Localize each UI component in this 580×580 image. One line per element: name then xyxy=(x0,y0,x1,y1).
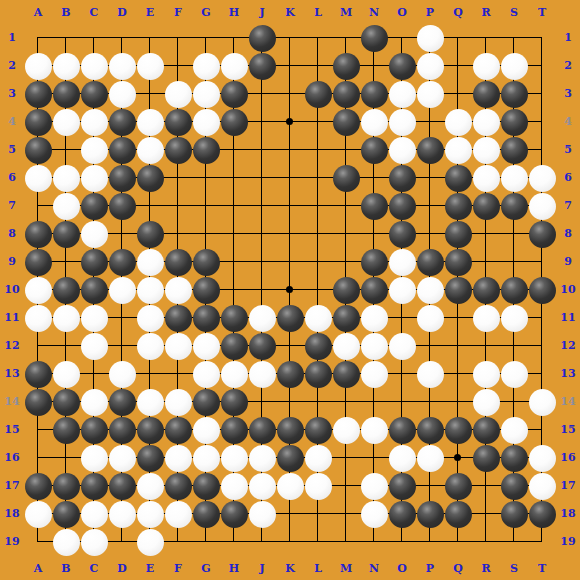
intersection-Q9[interactable] xyxy=(444,248,472,276)
intersection-A3[interactable] xyxy=(24,80,52,108)
intersection-M15[interactable] xyxy=(332,416,360,444)
intersection-M18[interactable] xyxy=(332,500,360,528)
intersection-E3[interactable] xyxy=(136,80,164,108)
intersection-H8[interactable] xyxy=(220,220,248,248)
intersection-J12[interactable] xyxy=(248,332,276,360)
intersection-B8[interactable] xyxy=(52,220,80,248)
intersection-E9[interactable] xyxy=(136,248,164,276)
intersection-S16[interactable] xyxy=(500,444,528,472)
intersection-C8[interactable] xyxy=(80,220,108,248)
intersection-F6[interactable] xyxy=(164,164,192,192)
intersection-F19[interactable] xyxy=(164,528,192,556)
intersection-F9[interactable] xyxy=(164,248,192,276)
intersection-M8[interactable] xyxy=(332,220,360,248)
intersection-N2[interactable] xyxy=(360,52,388,80)
intersection-P6[interactable] xyxy=(416,164,444,192)
intersection-O1[interactable] xyxy=(388,24,416,52)
intersection-N9[interactable] xyxy=(360,248,388,276)
intersection-B16[interactable] xyxy=(52,444,80,472)
intersection-G3[interactable] xyxy=(192,80,220,108)
intersection-O17[interactable] xyxy=(388,472,416,500)
intersection-P8[interactable] xyxy=(416,220,444,248)
intersection-H4[interactable] xyxy=(220,108,248,136)
intersection-G4[interactable] xyxy=(192,108,220,136)
intersection-P16[interactable] xyxy=(416,444,444,472)
intersection-A12[interactable] xyxy=(24,332,52,360)
intersection-J14[interactable] xyxy=(248,388,276,416)
intersection-R3[interactable] xyxy=(472,80,500,108)
intersection-J10[interactable] xyxy=(248,276,276,304)
intersection-B5[interactable] xyxy=(52,136,80,164)
intersection-T17[interactable] xyxy=(528,472,556,500)
intersection-E2[interactable] xyxy=(136,52,164,80)
intersection-N8[interactable] xyxy=(360,220,388,248)
intersection-J7[interactable] xyxy=(248,192,276,220)
intersection-S7[interactable] xyxy=(500,192,528,220)
intersection-G13[interactable] xyxy=(192,360,220,388)
intersection-H1[interactable] xyxy=(220,24,248,52)
intersection-P9[interactable] xyxy=(416,248,444,276)
intersection-N19[interactable] xyxy=(360,528,388,556)
intersection-E15[interactable] xyxy=(136,416,164,444)
intersection-D10[interactable] xyxy=(108,276,136,304)
intersection-D6[interactable] xyxy=(108,164,136,192)
intersection-O3[interactable] xyxy=(388,80,416,108)
intersection-D3[interactable] xyxy=(108,80,136,108)
intersection-M9[interactable] xyxy=(332,248,360,276)
intersection-D4[interactable] xyxy=(108,108,136,136)
intersection-L7[interactable] xyxy=(304,192,332,220)
intersection-N5[interactable] xyxy=(360,136,388,164)
intersection-K16[interactable] xyxy=(276,444,304,472)
intersection-A10[interactable] xyxy=(24,276,52,304)
intersection-O10[interactable] xyxy=(388,276,416,304)
intersection-K14[interactable] xyxy=(276,388,304,416)
intersection-T3[interactable] xyxy=(528,80,556,108)
intersection-F8[interactable] xyxy=(164,220,192,248)
intersection-R16[interactable] xyxy=(472,444,500,472)
intersection-E17[interactable] xyxy=(136,472,164,500)
intersection-T19[interactable] xyxy=(528,528,556,556)
intersection-B9[interactable] xyxy=(52,248,80,276)
intersection-C7[interactable] xyxy=(80,192,108,220)
intersection-L14[interactable] xyxy=(304,388,332,416)
intersection-T15[interactable] xyxy=(528,416,556,444)
intersection-H13[interactable] xyxy=(220,360,248,388)
intersection-A19[interactable] xyxy=(24,528,52,556)
intersection-T6[interactable] xyxy=(528,164,556,192)
intersection-J11[interactable] xyxy=(248,304,276,332)
intersection-R7[interactable] xyxy=(472,192,500,220)
intersection-B19[interactable] xyxy=(52,528,80,556)
intersection-P5[interactable] xyxy=(416,136,444,164)
intersection-A9[interactable] xyxy=(24,248,52,276)
intersection-G10[interactable] xyxy=(192,276,220,304)
intersection-R18[interactable] xyxy=(472,500,500,528)
intersection-E19[interactable] xyxy=(136,528,164,556)
intersection-R19[interactable] xyxy=(472,528,500,556)
intersection-M4[interactable] xyxy=(332,108,360,136)
intersection-R9[interactable] xyxy=(472,248,500,276)
intersection-Q8[interactable] xyxy=(444,220,472,248)
intersection-M7[interactable] xyxy=(332,192,360,220)
intersection-E18[interactable] xyxy=(136,500,164,528)
intersection-D2[interactable] xyxy=(108,52,136,80)
intersection-K15[interactable] xyxy=(276,416,304,444)
intersection-A7[interactable] xyxy=(24,192,52,220)
intersection-F1[interactable] xyxy=(164,24,192,52)
intersection-G9[interactable] xyxy=(192,248,220,276)
intersection-P10[interactable] xyxy=(416,276,444,304)
intersection-C12[interactable] xyxy=(80,332,108,360)
intersection-N16[interactable] xyxy=(360,444,388,472)
intersection-Q7[interactable] xyxy=(444,192,472,220)
intersection-S1[interactable] xyxy=(500,24,528,52)
intersection-K13[interactable] xyxy=(276,360,304,388)
intersection-H7[interactable] xyxy=(220,192,248,220)
intersection-A2[interactable] xyxy=(24,52,52,80)
intersection-R5[interactable] xyxy=(472,136,500,164)
intersection-J9[interactable] xyxy=(248,248,276,276)
intersection-M2[interactable] xyxy=(332,52,360,80)
intersection-O11[interactable] xyxy=(388,304,416,332)
intersection-M11[interactable] xyxy=(332,304,360,332)
intersection-R8[interactable] xyxy=(472,220,500,248)
intersection-S4[interactable] xyxy=(500,108,528,136)
intersection-S6[interactable] xyxy=(500,164,528,192)
intersection-F10[interactable] xyxy=(164,276,192,304)
intersection-C2[interactable] xyxy=(80,52,108,80)
intersection-B17[interactable] xyxy=(52,472,80,500)
intersection-F18[interactable] xyxy=(164,500,192,528)
intersection-T4[interactable] xyxy=(528,108,556,136)
intersection-Q1[interactable] xyxy=(444,24,472,52)
intersection-H9[interactable] xyxy=(220,248,248,276)
intersection-C11[interactable] xyxy=(80,304,108,332)
intersection-N10[interactable] xyxy=(360,276,388,304)
intersection-B14[interactable] xyxy=(52,388,80,416)
intersection-S19[interactable] xyxy=(500,528,528,556)
intersection-E16[interactable] xyxy=(136,444,164,472)
intersection-B4[interactable] xyxy=(52,108,80,136)
intersection-G8[interactable] xyxy=(192,220,220,248)
intersection-K11[interactable] xyxy=(276,304,304,332)
intersection-L10[interactable] xyxy=(304,276,332,304)
intersection-A8[interactable] xyxy=(24,220,52,248)
intersection-L11[interactable] xyxy=(304,304,332,332)
intersection-N7[interactable] xyxy=(360,192,388,220)
intersection-K9[interactable] xyxy=(276,248,304,276)
intersection-O14[interactable] xyxy=(388,388,416,416)
intersection-A18[interactable] xyxy=(24,500,52,528)
intersection-P12[interactable] xyxy=(416,332,444,360)
intersection-D18[interactable] xyxy=(108,500,136,528)
intersection-K12[interactable] xyxy=(276,332,304,360)
intersection-H14[interactable] xyxy=(220,388,248,416)
intersection-Q19[interactable] xyxy=(444,528,472,556)
intersection-C13[interactable] xyxy=(80,360,108,388)
intersection-R4[interactable] xyxy=(472,108,500,136)
intersection-E1[interactable] xyxy=(136,24,164,52)
intersection-F15[interactable] xyxy=(164,416,192,444)
intersection-C4[interactable] xyxy=(80,108,108,136)
intersection-E5[interactable] xyxy=(136,136,164,164)
intersection-H17[interactable] xyxy=(220,472,248,500)
intersection-O8[interactable] xyxy=(388,220,416,248)
intersection-B12[interactable] xyxy=(52,332,80,360)
intersection-D8[interactable] xyxy=(108,220,136,248)
intersection-D12[interactable] xyxy=(108,332,136,360)
intersection-H2[interactable] xyxy=(220,52,248,80)
intersection-E10[interactable] xyxy=(136,276,164,304)
intersection-D5[interactable] xyxy=(108,136,136,164)
intersection-O4[interactable] xyxy=(388,108,416,136)
intersection-B6[interactable] xyxy=(52,164,80,192)
intersection-M12[interactable] xyxy=(332,332,360,360)
intersection-A17[interactable] xyxy=(24,472,52,500)
intersection-F2[interactable] xyxy=(164,52,192,80)
intersection-D14[interactable] xyxy=(108,388,136,416)
intersection-M1[interactable] xyxy=(332,24,360,52)
intersection-M6[interactable] xyxy=(332,164,360,192)
intersection-C19[interactable] xyxy=(80,528,108,556)
intersection-R1[interactable] xyxy=(472,24,500,52)
intersection-D7[interactable] xyxy=(108,192,136,220)
intersection-Q5[interactable] xyxy=(444,136,472,164)
intersection-A15[interactable] xyxy=(24,416,52,444)
intersection-C3[interactable] xyxy=(80,80,108,108)
intersection-O18[interactable] xyxy=(388,500,416,528)
intersection-E11[interactable] xyxy=(136,304,164,332)
intersection-B18[interactable] xyxy=(52,500,80,528)
intersection-H11[interactable] xyxy=(220,304,248,332)
intersection-P14[interactable] xyxy=(416,388,444,416)
intersection-N6[interactable] xyxy=(360,164,388,192)
intersection-N12[interactable] xyxy=(360,332,388,360)
intersection-L18[interactable] xyxy=(304,500,332,528)
intersection-B3[interactable] xyxy=(52,80,80,108)
intersection-G6[interactable] xyxy=(192,164,220,192)
intersection-H3[interactable] xyxy=(220,80,248,108)
intersection-E13[interactable] xyxy=(136,360,164,388)
intersection-T2[interactable] xyxy=(528,52,556,80)
intersection-L8[interactable] xyxy=(304,220,332,248)
intersection-Q6[interactable] xyxy=(444,164,472,192)
intersection-D16[interactable] xyxy=(108,444,136,472)
intersection-H19[interactable] xyxy=(220,528,248,556)
intersection-L2[interactable] xyxy=(304,52,332,80)
intersection-M13[interactable] xyxy=(332,360,360,388)
intersection-S18[interactable] xyxy=(500,500,528,528)
intersection-P4[interactable] xyxy=(416,108,444,136)
intersection-Q2[interactable] xyxy=(444,52,472,80)
intersection-B1[interactable] xyxy=(52,24,80,52)
intersection-P2[interactable] xyxy=(416,52,444,80)
intersection-N14[interactable] xyxy=(360,388,388,416)
intersection-O2[interactable] xyxy=(388,52,416,80)
intersection-Q12[interactable] xyxy=(444,332,472,360)
intersection-J4[interactable] xyxy=(248,108,276,136)
intersection-M16[interactable] xyxy=(332,444,360,472)
intersection-F13[interactable] xyxy=(164,360,192,388)
intersection-R11[interactable] xyxy=(472,304,500,332)
intersection-K17[interactable] xyxy=(276,472,304,500)
intersection-D13[interactable] xyxy=(108,360,136,388)
intersection-R15[interactable] xyxy=(472,416,500,444)
intersection-J1[interactable] xyxy=(248,24,276,52)
intersection-E14[interactable] xyxy=(136,388,164,416)
intersection-Q3[interactable] xyxy=(444,80,472,108)
intersection-A13[interactable] xyxy=(24,360,52,388)
intersection-S12[interactable] xyxy=(500,332,528,360)
intersection-A6[interactable] xyxy=(24,164,52,192)
intersection-G14[interactable] xyxy=(192,388,220,416)
intersection-G15[interactable] xyxy=(192,416,220,444)
intersection-T16[interactable] xyxy=(528,444,556,472)
intersection-K1[interactable] xyxy=(276,24,304,52)
intersection-R6[interactable] xyxy=(472,164,500,192)
intersection-O15[interactable] xyxy=(388,416,416,444)
intersection-G2[interactable] xyxy=(192,52,220,80)
intersection-P18[interactable] xyxy=(416,500,444,528)
intersection-P11[interactable] xyxy=(416,304,444,332)
intersection-P17[interactable] xyxy=(416,472,444,500)
intersection-B2[interactable] xyxy=(52,52,80,80)
intersection-T10[interactable] xyxy=(528,276,556,304)
intersection-K18[interactable] xyxy=(276,500,304,528)
intersection-F14[interactable] xyxy=(164,388,192,416)
intersection-A14[interactable] xyxy=(24,388,52,416)
intersection-J6[interactable] xyxy=(248,164,276,192)
intersection-M3[interactable] xyxy=(332,80,360,108)
intersection-T18[interactable] xyxy=(528,500,556,528)
intersection-B15[interactable] xyxy=(52,416,80,444)
intersection-N13[interactable] xyxy=(360,360,388,388)
intersection-H6[interactable] xyxy=(220,164,248,192)
intersection-E8[interactable] xyxy=(136,220,164,248)
intersection-F7[interactable] xyxy=(164,192,192,220)
intersection-L15[interactable] xyxy=(304,416,332,444)
intersection-G1[interactable] xyxy=(192,24,220,52)
intersection-S9[interactable] xyxy=(500,248,528,276)
intersection-S14[interactable] xyxy=(500,388,528,416)
intersection-T5[interactable] xyxy=(528,136,556,164)
intersection-Q11[interactable] xyxy=(444,304,472,332)
intersection-D17[interactable] xyxy=(108,472,136,500)
intersection-D1[interactable] xyxy=(108,24,136,52)
intersection-B7[interactable] xyxy=(52,192,80,220)
intersection-G19[interactable] xyxy=(192,528,220,556)
intersection-S11[interactable] xyxy=(500,304,528,332)
intersection-D19[interactable] xyxy=(108,528,136,556)
intersection-F3[interactable] xyxy=(164,80,192,108)
intersection-P15[interactable] xyxy=(416,416,444,444)
intersection-T7[interactable] xyxy=(528,192,556,220)
intersection-R10[interactable] xyxy=(472,276,500,304)
intersection-G16[interactable] xyxy=(192,444,220,472)
intersection-K8[interactable] xyxy=(276,220,304,248)
intersection-C1[interactable] xyxy=(80,24,108,52)
intersection-S3[interactable] xyxy=(500,80,528,108)
intersection-K3[interactable] xyxy=(276,80,304,108)
intersection-C17[interactable] xyxy=(80,472,108,500)
intersection-J18[interactable] xyxy=(248,500,276,528)
intersection-F11[interactable] xyxy=(164,304,192,332)
intersection-Q18[interactable] xyxy=(444,500,472,528)
intersection-G7[interactable] xyxy=(192,192,220,220)
intersection-H18[interactable] xyxy=(220,500,248,528)
intersection-J8[interactable] xyxy=(248,220,276,248)
intersection-P3[interactable] xyxy=(416,80,444,108)
intersection-D15[interactable] xyxy=(108,416,136,444)
intersection-B11[interactable] xyxy=(52,304,80,332)
intersection-H12[interactable] xyxy=(220,332,248,360)
intersection-S2[interactable] xyxy=(500,52,528,80)
intersection-H10[interactable] xyxy=(220,276,248,304)
intersection-L5[interactable] xyxy=(304,136,332,164)
intersection-M14[interactable] xyxy=(332,388,360,416)
intersection-J13[interactable] xyxy=(248,360,276,388)
intersection-R14[interactable] xyxy=(472,388,500,416)
intersection-C10[interactable] xyxy=(80,276,108,304)
intersection-T11[interactable] xyxy=(528,304,556,332)
intersection-T9[interactable] xyxy=(528,248,556,276)
intersection-S15[interactable] xyxy=(500,416,528,444)
intersection-R13[interactable] xyxy=(472,360,500,388)
intersection-L4[interactable] xyxy=(304,108,332,136)
intersection-O6[interactable] xyxy=(388,164,416,192)
intersection-M19[interactable] xyxy=(332,528,360,556)
intersection-J5[interactable] xyxy=(248,136,276,164)
intersection-S5[interactable] xyxy=(500,136,528,164)
intersection-R17[interactable] xyxy=(472,472,500,500)
intersection-F5[interactable] xyxy=(164,136,192,164)
intersection-A11[interactable] xyxy=(24,304,52,332)
intersection-N1[interactable] xyxy=(360,24,388,52)
intersection-A16[interactable] xyxy=(24,444,52,472)
intersection-O7[interactable] xyxy=(388,192,416,220)
intersection-P1[interactable] xyxy=(416,24,444,52)
intersection-N11[interactable] xyxy=(360,304,388,332)
intersection-F17[interactable] xyxy=(164,472,192,500)
intersection-J16[interactable] xyxy=(248,444,276,472)
intersection-J17[interactable] xyxy=(248,472,276,500)
intersection-T13[interactable] xyxy=(528,360,556,388)
intersection-L9[interactable] xyxy=(304,248,332,276)
intersection-S8[interactable] xyxy=(500,220,528,248)
intersection-K6[interactable] xyxy=(276,164,304,192)
intersection-Q14[interactable] xyxy=(444,388,472,416)
intersection-P19[interactable] xyxy=(416,528,444,556)
intersection-E4[interactable] xyxy=(136,108,164,136)
intersection-S17[interactable] xyxy=(500,472,528,500)
intersection-G18[interactable] xyxy=(192,500,220,528)
intersection-O16[interactable] xyxy=(388,444,416,472)
intersection-L1[interactable] xyxy=(304,24,332,52)
intersection-O5[interactable] xyxy=(388,136,416,164)
intersection-F16[interactable] xyxy=(164,444,192,472)
intersection-C16[interactable] xyxy=(80,444,108,472)
intersection-D11[interactable] xyxy=(108,304,136,332)
intersection-D9[interactable] xyxy=(108,248,136,276)
intersection-J3[interactable] xyxy=(248,80,276,108)
intersection-S13[interactable] xyxy=(500,360,528,388)
intersection-C18[interactable] xyxy=(80,500,108,528)
intersection-O13[interactable] xyxy=(388,360,416,388)
intersection-K5[interactable] xyxy=(276,136,304,164)
intersection-C6[interactable] xyxy=(80,164,108,192)
intersection-H16[interactable] xyxy=(220,444,248,472)
